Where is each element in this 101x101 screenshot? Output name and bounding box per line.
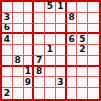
cell-r4c5-empty[interactable] [45, 34, 56, 45]
cell-r8c4-empty[interactable] [34, 77, 45, 88]
cell-r8c8-empty[interactable] [77, 77, 88, 88]
cell-r8c9-empty[interactable] [88, 77, 99, 88]
cell-r6c2-given-8[interactable]: 8 [13, 56, 24, 67]
cell-r1c1-empty[interactable] [2, 2, 13, 13]
sudoku-puzzle: 51386465128718932 [0, 0, 101, 101]
cell-r7c3-given-1[interactable]: 1 [24, 67, 35, 78]
cell-r4c6-empty[interactable] [56, 34, 67, 45]
cell-r8c1-empty[interactable] [2, 77, 13, 88]
cell-r1c3-empty[interactable] [24, 2, 35, 13]
cell-r3c9-empty[interactable] [88, 24, 99, 35]
cell-r6c9-empty[interactable] [88, 56, 99, 67]
cell-r2c8-empty[interactable] [77, 13, 88, 24]
cell-r6c7-empty[interactable] [67, 56, 78, 67]
cell-r9c5-empty[interactable] [45, 88, 56, 99]
cell-r5c7-empty[interactable] [67, 45, 78, 56]
cell-r4c3-empty[interactable] [24, 34, 35, 45]
cell-r7c4-given-8[interactable]: 8 [34, 67, 45, 78]
cell-r7c5-empty[interactable] [45, 67, 56, 78]
cell-r7c8-empty[interactable] [77, 67, 88, 78]
cell-r7c6-empty[interactable] [56, 67, 67, 78]
cell-r9c6-empty[interactable] [56, 88, 67, 99]
cell-r5c2-empty[interactable] [13, 45, 24, 56]
cell-r5c8-given-2[interactable]: 2 [77, 45, 88, 56]
cell-r5c3-empty[interactable] [24, 45, 35, 56]
cell-r3c2-empty[interactable] [13, 24, 24, 35]
cell-r1c5-given-5[interactable]: 5 [45, 2, 56, 13]
cell-r1c2-empty[interactable] [13, 2, 24, 13]
cell-r1c4-empty[interactable] [34, 2, 45, 13]
cell-r9c2-empty[interactable] [13, 88, 24, 99]
cell-r8c6-given-3[interactable]: 3 [56, 77, 67, 88]
cell-r2c6-empty[interactable] [56, 13, 67, 24]
cell-r2c7-given-8[interactable]: 8 [67, 13, 78, 24]
cell-r6c5-empty[interactable] [45, 56, 56, 67]
cell-r9c7-empty[interactable] [67, 88, 78, 99]
cell-r3c1-given-6[interactable]: 6 [2, 24, 13, 35]
cell-r2c2-empty[interactable] [13, 13, 24, 24]
cell-r9c9-given-undefined[interactable] [88, 88, 99, 99]
cell-r5c6-empty[interactable] [56, 45, 67, 56]
cell-r7c9-empty[interactable] [88, 67, 99, 78]
cell-r2c3-empty[interactable] [24, 13, 35, 24]
cell-r2c1-given-3[interactable]: 3 [2, 13, 13, 24]
cell-r3c5-empty[interactable] [45, 24, 56, 35]
cell-r4c7-given-6[interactable]: 6 [67, 34, 78, 45]
cell-r7c7-empty[interactable] [67, 67, 78, 78]
sudoku-board: 51386465128718932 [0, 0, 101, 101]
cell-r3c4-empty[interactable] [34, 24, 45, 35]
cell-r9c3-empty[interactable] [24, 88, 35, 99]
cell-r6c4-given-7[interactable]: 7 [34, 56, 45, 67]
cell-r6c6-empty[interactable] [56, 56, 67, 67]
cell-r2c5-empty[interactable] [45, 13, 56, 24]
cell-r5c5-given-1[interactable]: 1 [45, 45, 56, 56]
cell-r4c8-given-5[interactable]: 5 [77, 34, 88, 45]
cell-r5c9-empty[interactable] [88, 45, 99, 56]
cell-r7c1-empty[interactable] [2, 67, 13, 78]
cell-r1c7-empty[interactable] [67, 2, 78, 13]
cell-r6c8-empty[interactable] [77, 56, 88, 67]
cell-r8c5-empty[interactable] [45, 77, 56, 88]
cell-r8c2-empty[interactable] [13, 77, 24, 88]
cell-r3c6-empty[interactable] [56, 24, 67, 35]
cell-r1c6-given-1[interactable]: 1 [56, 2, 67, 13]
cell-r6c3-empty[interactable] [24, 56, 35, 67]
cell-r5c1-empty[interactable] [2, 45, 13, 56]
cell-r4c1-given-4[interactable]: 4 [2, 34, 13, 45]
cell-r9c8-empty[interactable] [77, 88, 88, 99]
cell-r1c8-empty[interactable] [77, 2, 88, 13]
cell-r4c9-empty[interactable] [88, 34, 99, 45]
cell-r1c9-empty[interactable] [88, 2, 99, 13]
cell-r3c8-empty[interactable] [77, 24, 88, 35]
cell-r5c4-empty[interactable] [34, 45, 45, 56]
cell-r2c4-empty[interactable] [34, 13, 45, 24]
cell-r8c7-empty[interactable] [67, 77, 78, 88]
cell-r9c1-given-2[interactable]: 2 [2, 88, 13, 99]
cell-r4c2-empty[interactable] [13, 34, 24, 45]
cell-r4c4-empty[interactable] [34, 34, 45, 45]
cell-r3c3-empty[interactable] [24, 24, 35, 35]
cell-r2c9-empty[interactable] [88, 13, 99, 24]
cell-r7c2-empty[interactable] [13, 67, 24, 78]
cell-r8c3-given-9[interactable]: 9 [24, 77, 35, 88]
cell-r3c7-empty[interactable] [67, 24, 78, 35]
cell-r9c4-empty[interactable] [34, 88, 45, 99]
cell-r6c1-empty[interactable] [2, 56, 13, 67]
